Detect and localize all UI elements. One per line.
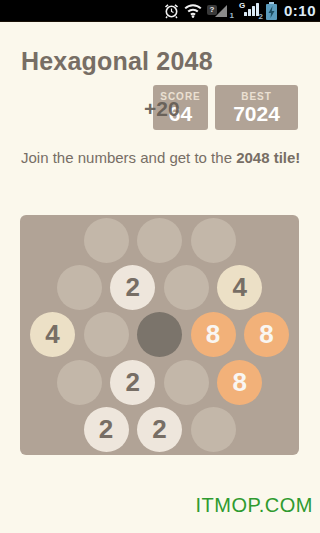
signal-bars-icon: G 2 (239, 2, 261, 19)
wifi-icon (184, 4, 202, 18)
board-cell: 8 (217, 360, 262, 405)
board-cell (84, 218, 129, 263)
board-cell (84, 312, 129, 357)
board-cell (164, 360, 209, 405)
board-cell: 2 (137, 407, 182, 452)
best-value: 7024 (233, 103, 280, 125)
sim-question-badge: ? (207, 5, 217, 15)
status-bar: ? 1 G 2 0:10 (0, 0, 320, 22)
best-label: BEST (241, 91, 272, 102)
score-panel: +20 SCORE 64 BEST 7024 (153, 85, 298, 130)
board-row: 2 4 (20, 265, 299, 310)
sim-slot-number: 1 (230, 11, 234, 20)
board-cell (57, 360, 102, 405)
board-cell: 8 (191, 312, 236, 357)
board-cell-obstacle (137, 312, 182, 357)
board-row: 2 2 (20, 407, 299, 452)
best-box: BEST 7024 (215, 85, 298, 130)
board-cell: 2 (84, 407, 129, 452)
board-row (20, 218, 299, 263)
network-type-label: G (239, 1, 245, 10)
board-cell: 4 (217, 265, 262, 310)
battery-charging-icon (266, 2, 277, 20)
intro-goal: 2048 tile! (236, 149, 300, 166)
board-cell: 8 (244, 312, 289, 357)
board-row: 4 8 8 (20, 312, 299, 357)
board-cell (137, 218, 182, 263)
board-cell (191, 407, 236, 452)
board-cell (191, 218, 236, 263)
intro-text: Join the numbers and get to the 2048 til… (21, 146, 305, 169)
sim-question-icon: ? 1 (207, 3, 234, 19)
board-cell: 2 (110, 265, 155, 310)
board-cell (164, 265, 209, 310)
score-delta: +20 (144, 98, 180, 120)
watermark: ITMOP.COM (196, 494, 313, 517)
sim-slot-number: 2 (259, 12, 263, 21)
board-row: 2 8 (20, 360, 299, 405)
board-cell: 4 (30, 312, 75, 357)
page-title: Hexagonal 2048 (21, 47, 213, 76)
clock-time: 0:10 (282, 0, 318, 22)
board-cell (57, 265, 102, 310)
game-board[interactable]: 2 4 4 8 8 2 8 2 2 (20, 215, 299, 455)
charging-bolt-icon (268, 6, 275, 18)
alarm-icon (164, 3, 179, 19)
score-box: +20 SCORE 64 (153, 85, 208, 130)
board-cell: 2 (110, 360, 155, 405)
